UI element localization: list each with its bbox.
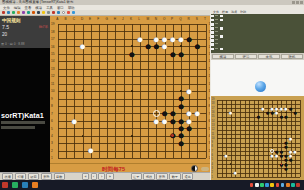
- suggestion-circle: [153, 110, 160, 117]
- taskbar-app-icon[interactable]: [32, 182, 38, 188]
- tray-icon[interactable]: [286, 183, 290, 187]
- toolbar-icon[interactable]: [52, 11, 55, 14]
- star-point: [258, 138, 259, 139]
- window-controls: [292, 1, 303, 4]
- playback-arrow-button[interactable]: »: [106, 173, 113, 180]
- white-stone-checkbox[interactable]: [211, 15, 214, 18]
- go-stone-black: ●: [256, 114, 261, 119]
- coordinate-label: C: [73, 17, 75, 21]
- star-point: [131, 135, 133, 137]
- caption-subline: [1, 121, 45, 124]
- coordinate-label: N: [155, 17, 157, 21]
- coordinate-label: T: [204, 17, 206, 21]
- go-stone-black: ●: [177, 139, 186, 148]
- white-stone-checkbox[interactable]: [220, 35, 223, 38]
- go-stone-black: ●: [185, 124, 194, 133]
- coordinate-label: D: [81, 17, 83, 21]
- coordinate-label: 12: [51, 74, 55, 78]
- go-stone-black: ●: [288, 157, 293, 162]
- go-stone-black: ●: [177, 50, 186, 59]
- coordinate-label: P: [171, 17, 173, 21]
- white-stone-checkbox[interactable]: [220, 19, 223, 22]
- coordinate-label: 2: [51, 149, 53, 153]
- game-info-panel: 中国规则 7.5 贴7半 20 黑 0 · 白 0 · 8.88: [0, 16, 50, 48]
- toolbar-icon[interactable]: [17, 11, 20, 14]
- white-stone-checkbox[interactable]: [220, 48, 223, 51]
- right-panel-tab[interactable]: 评论: [235, 54, 257, 59]
- white-stone-checkbox[interactable]: [211, 35, 214, 38]
- toolbar-icon[interactable]: [32, 11, 35, 14]
- close-icon[interactable]: [300, 1, 303, 4]
- taskbar-app-icon[interactable]: [22, 182, 28, 188]
- coordinate-label: 11: [212, 133, 215, 136]
- coordinate-label: F: [97, 17, 99, 21]
- playback-button[interactable]: 打谱: [15, 173, 26, 180]
- menu-item[interactable]: 窗口: [57, 6, 64, 10]
- coordinate-label: A: [56, 17, 58, 21]
- coordinate-label: 13: [51, 67, 55, 71]
- coordinate-label: Q: [179, 17, 181, 21]
- maximize-icon[interactable]: [296, 1, 299, 4]
- playback-button[interactable]: 形势: [41, 173, 52, 180]
- go-stone-white: ●: [185, 87, 194, 96]
- white-stone-checkbox[interactable]: [220, 15, 223, 18]
- grid-line: [58, 158, 206, 159]
- coordinate-label: 7: [51, 112, 53, 116]
- coordinate-label: 15: [212, 115, 215, 118]
- go-stone-white: ●: [193, 109, 202, 118]
- right-panel-tab[interactable]: 变化: [258, 54, 280, 59]
- move-list-console[interactable]: [211, 14, 304, 53]
- playback-button[interactable]: 目数: [54, 173, 65, 180]
- move-text: [215, 27, 218, 28]
- tray-icon[interactable]: [255, 183, 259, 187]
- move-text: [215, 15, 218, 16]
- white-stone-checkbox[interactable]: [211, 27, 214, 30]
- right-panel-content: [211, 60, 304, 96]
- coordinate-label: 19: [51, 22, 55, 26]
- coordinate-label: 1: [51, 156, 53, 160]
- star-point: [180, 45, 182, 47]
- coordinate-label: 10: [51, 89, 55, 93]
- toolbar-icon[interactable]: [47, 11, 50, 14]
- coordinate-label: E: [89, 17, 91, 21]
- coordinate-label: 8: [51, 104, 53, 108]
- mini-board-frame: 19181716151413121110987654321●●●●●●●●●●●…: [211, 96, 304, 180]
- white-stone-checkbox[interactable]: [211, 23, 214, 26]
- toolbar-icon[interactable]: [12, 11, 15, 14]
- coordinate-label: 12: [212, 128, 215, 131]
- toolbar-icon[interactable]: [27, 11, 30, 14]
- move-text: [215, 19, 218, 20]
- coordinate-label: 13: [212, 124, 215, 127]
- white-stone-checkbox[interactable]: [211, 48, 214, 51]
- grid-line: [217, 177, 300, 178]
- playback-arrow-button[interactable]: «: [82, 173, 89, 180]
- menu-item[interactable]: 查看: [25, 6, 32, 10]
- grid-line: [58, 151, 206, 152]
- taskbar-app-icon[interactable]: [12, 182, 18, 188]
- go-stone-white: ●: [70, 117, 79, 126]
- coordinate-label: 19: [212, 98, 215, 101]
- menu-item[interactable]: 帮助: [68, 6, 75, 10]
- coordinate-label: 6: [212, 154, 213, 157]
- coordinate-label: 10: [212, 137, 215, 140]
- playback-button[interactable]: 让子: [131, 173, 142, 180]
- coordinate-label: 17: [51, 37, 55, 41]
- coordinate-label: 14: [212, 120, 215, 123]
- coordinate-label: H: [114, 17, 116, 21]
- screen: 围棋棋谱 - 天元围棋直播 (TensorRT)Kata1 研究 文件编辑查看棋…: [0, 0, 304, 190]
- coordinate-label: 2: [212, 171, 213, 174]
- capture-stats: 黑 0 · 白 0 · 8.88: [1, 42, 49, 46]
- move-list-row[interactable]: [211, 47, 304, 51]
- toolbar-icon[interactable]: [57, 11, 60, 14]
- playback-arrow-button[interactable]: ›: [98, 173, 104, 180]
- move-text: [215, 35, 218, 36]
- grid-line: [300, 100, 301, 177]
- engine-caption: sorRT)Kata1: [1, 111, 50, 129]
- main-go-board[interactable]: ABCDEFGHJKLMNOPQRST191918181717161615151…: [50, 16, 210, 163]
- menu-item[interactable]: 文件: [3, 6, 10, 10]
- taskbar: [0, 180, 304, 190]
- move-text: [215, 39, 218, 40]
- coordinate-label: 9: [212, 141, 213, 144]
- coordinate-label: O: [163, 17, 165, 21]
- playback-button[interactable]: 研究: [28, 173, 39, 180]
- move-text: [215, 43, 218, 44]
- menu-item[interactable]: 编辑: [14, 6, 21, 10]
- coordinate-label: 16: [212, 111, 215, 114]
- coordinate-label: 18: [51, 30, 55, 34]
- go-stone-white: ●: [288, 136, 293, 141]
- tray-icon[interactable]: [281, 183, 285, 187]
- rule-label: 中国规则: [2, 18, 48, 23]
- move-text: [215, 31, 218, 32]
- blue-sphere-icon[interactable]: [255, 81, 266, 92]
- tray-icon[interactable]: [265, 183, 269, 187]
- coordinate-label: 3: [51, 141, 53, 145]
- taskbar-apps: [2, 182, 38, 188]
- taskbar-tray: [250, 183, 300, 187]
- coordinate-label: R: [188, 17, 190, 21]
- star-point: [131, 45, 133, 47]
- left-panel: 中国规则 7.5 贴7半 20 黑 0 · 白 0 · 8.88 sorRT)K…: [0, 16, 50, 173]
- coordinate-label: 6: [51, 119, 53, 123]
- coordinate-label: 7: [212, 150, 213, 153]
- grid-line: [58, 113, 206, 114]
- coordinate-label: 1: [212, 176, 213, 179]
- go-stone-white: ●: [224, 153, 229, 158]
- clock-icon: [191, 165, 198, 172]
- coordinate-label: 9: [51, 97, 53, 101]
- white-stone-checkbox[interactable]: [211, 39, 214, 42]
- playback-button[interactable]: 悔棋: [143, 173, 154, 180]
- toolbar-icon[interactable]: [2, 11, 5, 14]
- go-stone-black: ●: [152, 42, 161, 51]
- menu-item[interactable]: 工具: [46, 6, 53, 10]
- coordinate-label: 17: [212, 107, 215, 110]
- coordinate-label: J: [122, 17, 124, 21]
- go-stone-white: ●: [78, 42, 87, 51]
- coordinate-label: 4: [51, 134, 53, 138]
- toolbar-icon[interactable]: [67, 11, 70, 14]
- minimize-icon[interactable]: [292, 1, 295, 4]
- tray-icon[interactable]: [291, 183, 295, 187]
- playback-button[interactable]: 形势: [156, 173, 167, 180]
- coordinate-label: L: [138, 17, 140, 21]
- menu-item[interactable]: 棋谱: [35, 6, 42, 10]
- go-stone-black: ●: [128, 50, 137, 59]
- white-stone-checkbox[interactable]: [211, 19, 214, 22]
- go-stone-white: ●: [233, 170, 238, 175]
- playback-button[interactable]: 棋谱: [2, 173, 13, 180]
- komi-note: 贴7半: [39, 25, 48, 29]
- go-stone-black: ●: [284, 166, 289, 171]
- toolbar-icon[interactable]: [37, 11, 40, 14]
- toolbar-icon[interactable]: [7, 11, 10, 14]
- playback-button[interactable]: 退出: [182, 173, 193, 180]
- coordinate-label: 15: [51, 52, 55, 56]
- coordinate-label: 3: [212, 167, 213, 170]
- toolbar-icon[interactable]: [72, 11, 75, 14]
- star-point: [258, 163, 259, 164]
- toolbar-icon[interactable]: [42, 11, 45, 14]
- coordinate-label: 18: [212, 102, 215, 105]
- coordinate-label: 5: [212, 158, 213, 161]
- coordinate-label: 4: [212, 163, 213, 166]
- go-stone-black: ●: [284, 114, 289, 119]
- coordinate-label: G: [106, 17, 108, 21]
- white-stone-checkbox[interactable]: [211, 43, 214, 46]
- tray-icon[interactable]: [276, 183, 280, 187]
- white-stone-checkbox[interactable]: [211, 31, 214, 34]
- go-stone-black: ●: [293, 110, 298, 115]
- go-stone-black: ●: [177, 102, 186, 111]
- move-text: [215, 23, 218, 24]
- coordinate-label: K: [130, 17, 132, 21]
- tray-icon[interactable]: [260, 183, 264, 187]
- mini-go-board[interactable]: 19181716151413121110987654321●●●●●●●●●●●…: [211, 96, 304, 180]
- engine-caption-text: sorRT)Kata1: [1, 111, 50, 120]
- caption-subline: [1, 126, 35, 129]
- go-stone-white: ●: [293, 149, 298, 154]
- coordinate-label: 14: [51, 59, 55, 63]
- grid-line: [206, 24, 207, 158]
- time-pill: [201, 167, 209, 171]
- tray-icon[interactable]: [296, 183, 300, 187]
- go-stone-black: ●: [284, 144, 289, 149]
- go-stone-white: ●: [87, 146, 96, 155]
- playback-button[interactable]: 数子: [169, 173, 180, 180]
- move-number: 20: [2, 32, 48, 37]
- tray-icon[interactable]: [270, 183, 274, 187]
- coordinate-label: S: [196, 17, 198, 21]
- go-stone-black: ●: [270, 110, 275, 115]
- right-panel-tab[interactable]: 棋谱: [212, 54, 234, 59]
- coordinate-label: B: [65, 17, 67, 21]
- right-panel-tabs: 棋谱评论变化联机: [211, 53, 304, 60]
- go-stone-black: ●: [193, 42, 202, 51]
- window-title: 围棋棋谱 - 天元围棋直播 (TensorRT)Kata1 研究: [2, 0, 73, 4]
- taskbar-app-icon[interactable]: [2, 182, 8, 188]
- coordinate-label: 8: [212, 145, 213, 148]
- grid-line: [217, 173, 300, 174]
- move-text: [215, 48, 218, 49]
- white-stone-checkbox[interactable]: [220, 27, 223, 30]
- toolbar-icon[interactable]: [22, 11, 25, 14]
- toolbar-icon[interactable]: [62, 11, 65, 14]
- tray-icon[interactable]: [250, 183, 254, 187]
- coordinate-label: 5: [51, 127, 53, 131]
- coordinate-label: M: [147, 17, 150, 21]
- coordinate-label: 11: [51, 82, 54, 86]
- time-bar: 时间每75: [50, 163, 210, 172]
- go-stone-white: ●: [228, 110, 233, 115]
- playback-arrow-button[interactable]: ‹: [91, 173, 97, 180]
- star-point: [131, 90, 133, 92]
- right-panel-tab[interactable]: 联机: [281, 54, 303, 59]
- coordinate-label: 16: [51, 45, 55, 49]
